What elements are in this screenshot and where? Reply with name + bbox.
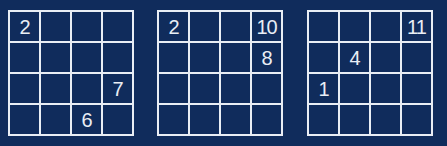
cell-r2c3[interactable] <box>402 74 431 103</box>
puzzle-board-2: 2108 <box>157 10 283 136</box>
clue-number: 6 <box>81 110 91 130</box>
cell-r0c2[interactable] <box>221 12 250 41</box>
cell-r3c3[interactable] <box>103 105 132 134</box>
cell-r3c2[interactable] <box>221 105 250 134</box>
cell-r2c0[interactable] <box>10 74 39 103</box>
clue-number: 10 <box>256 17 276 37</box>
cell-r3c0[interactable] <box>159 105 188 134</box>
cell-r3c2[interactable]: 6 <box>72 105 101 134</box>
cell-r0c2[interactable] <box>371 12 400 41</box>
clue-number: 8 <box>261 48 271 68</box>
cell-r0c0[interactable] <box>309 12 338 41</box>
cell-r3c0[interactable] <box>10 105 39 134</box>
cell-r0c0[interactable]: 2 <box>159 12 188 41</box>
cell-r0c2[interactable] <box>72 12 101 41</box>
clue-number: 7 <box>112 79 122 99</box>
cell-r0c3[interactable] <box>103 12 132 41</box>
cell-r3c3[interactable] <box>252 105 281 134</box>
cell-r2c0[interactable]: 1 <box>309 74 338 103</box>
cell-r0c3[interactable]: 11 <box>402 12 431 41</box>
clue-number: 1 <box>318 79 328 99</box>
cell-r2c2[interactable] <box>221 74 250 103</box>
cell-r0c1[interactable] <box>41 12 70 41</box>
cell-r1c3[interactable] <box>402 43 431 72</box>
cell-r2c1[interactable] <box>340 74 369 103</box>
cell-r1c1[interactable]: 4 <box>340 43 369 72</box>
cell-r0c1[interactable] <box>340 12 369 41</box>
cell-r0c1[interactable] <box>190 12 219 41</box>
cell-r1c1[interactable] <box>41 43 70 72</box>
cell-r1c0[interactable] <box>309 43 338 72</box>
cell-r2c0[interactable] <box>159 74 188 103</box>
cell-r2c3[interactable] <box>252 74 281 103</box>
cell-r0c0[interactable]: 2 <box>10 12 39 41</box>
cell-r1c0[interactable] <box>159 43 188 72</box>
clue-number: 2 <box>19 17 29 37</box>
cell-r2c2[interactable] <box>371 74 400 103</box>
cell-r1c2[interactable] <box>72 43 101 72</box>
cell-r1c2[interactable] <box>221 43 250 72</box>
cell-r0c3[interactable]: 10 <box>252 12 281 41</box>
cell-r1c3[interactable]: 8 <box>252 43 281 72</box>
clue-number: 2 <box>168 17 178 37</box>
cell-r3c3[interactable] <box>402 105 431 134</box>
cell-r1c2[interactable] <box>371 43 400 72</box>
cell-r2c2[interactable] <box>72 74 101 103</box>
cell-r3c1[interactable] <box>340 105 369 134</box>
cell-r2c1[interactable] <box>41 74 70 103</box>
puzzle-board-1: 276 <box>8 10 134 136</box>
cell-r2c3[interactable]: 7 <box>103 74 132 103</box>
cell-r3c1[interactable] <box>41 105 70 134</box>
puzzle-boards-row: 276 2108 1141 <box>8 10 433 136</box>
cell-r1c0[interactable] <box>10 43 39 72</box>
cell-r3c2[interactable] <box>371 105 400 134</box>
cell-r2c1[interactable] <box>190 74 219 103</box>
cell-r3c1[interactable] <box>190 105 219 134</box>
cell-r1c1[interactable] <box>190 43 219 72</box>
puzzle-board-3: 1141 <box>307 10 433 136</box>
cell-r3c0[interactable] <box>309 105 338 134</box>
cell-r1c3[interactable] <box>103 43 132 72</box>
clue-number: 11 <box>407 17 426 37</box>
clue-number: 4 <box>349 48 359 68</box>
